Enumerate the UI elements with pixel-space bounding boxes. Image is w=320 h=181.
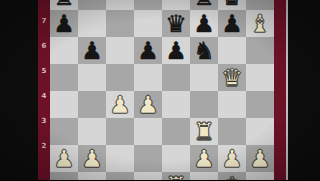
square-f8: ♜ — [190, 0, 218, 10]
piece-black-knight-f6: ♞ — [193, 39, 215, 63]
square-d4: ♟ — [134, 91, 162, 118]
piece-black-pawn-f7: ♟ — [193, 12, 215, 36]
square-g5: ♛ — [218, 64, 246, 91]
square-e8 — [162, 0, 190, 10]
square-h1 — [246, 172, 274, 180]
piece-black-pawn-b6: ♟ — [81, 39, 103, 63]
piece-white-king-g1: ♚ — [221, 174, 243, 181]
piece-black-king-g8: ♚ — [221, 0, 243, 9]
square-h5 — [246, 64, 274, 91]
piece-black-pawn-g7: ♟ — [221, 12, 243, 36]
piece-white-queen-g5: ♛ — [221, 66, 243, 90]
piece-white-pawn-c4: ♟ — [109, 93, 131, 117]
square-c4: ♟ — [106, 91, 134, 118]
square-d8 — [134, 0, 162, 10]
square-f6: ♞ — [190, 37, 218, 64]
square-a8: ♜ — [50, 0, 78, 10]
square-f2: ♟ — [190, 145, 218, 172]
square-c1 — [106, 172, 134, 180]
square-d3 — [134, 118, 162, 145]
square-f7: ♟ — [190, 10, 218, 37]
square-e6: ♟ — [162, 37, 190, 64]
square-b1 — [78, 172, 106, 180]
square-f4 — [190, 91, 218, 118]
square-g6 — [218, 37, 246, 64]
rank-label-2: 2 — [38, 142, 50, 150]
square-g4 — [218, 91, 246, 118]
square-e1: ♜ — [162, 172, 190, 180]
square-b8 — [78, 0, 106, 10]
square-h8 — [246, 0, 274, 10]
square-h3 — [246, 118, 274, 145]
square-b4 — [78, 91, 106, 118]
square-d7 — [134, 10, 162, 37]
square-g3 — [218, 118, 246, 145]
square-a1 — [50, 172, 78, 180]
rank-label-3: 3 — [38, 117, 50, 125]
square-e7: ♛ — [162, 10, 190, 37]
piece-black-pawn-d6: ♟ — [137, 39, 159, 63]
piece-white-bishop-h7: ♝ — [249, 12, 271, 36]
square-a6 — [50, 37, 78, 64]
square-f5 — [190, 64, 218, 91]
rank-labels: 765432 — [38, 0, 50, 180]
square-e3 — [162, 118, 190, 145]
piece-black-rook-f8: ♜ — [193, 0, 215, 9]
square-b3 — [78, 118, 106, 145]
square-g2: ♟ — [218, 145, 246, 172]
square-g1: ♚ — [218, 172, 246, 180]
piece-white-pawn-h2: ♟ — [249, 147, 271, 171]
piece-white-pawn-g2: ♟ — [221, 147, 243, 171]
piece-black-rook-a8: ♜ — [53, 0, 75, 9]
square-c5 — [106, 64, 134, 91]
square-e4 — [162, 91, 190, 118]
square-a4 — [50, 91, 78, 118]
rank-label-7: 7 — [38, 17, 50, 25]
square-b5 — [78, 64, 106, 91]
square-e2 — [162, 145, 190, 172]
square-d5 — [134, 64, 162, 91]
rank-label-6: 6 — [38, 42, 50, 50]
piece-black-pawn-a7: ♟ — [53, 12, 75, 36]
rank-label-4: 4 — [38, 92, 50, 100]
square-a3 — [50, 118, 78, 145]
square-h4 — [246, 91, 274, 118]
square-h6 — [246, 37, 274, 64]
square-g7: ♟ — [218, 10, 246, 37]
rank-label-5: 5 — [38, 67, 50, 75]
square-b7 — [78, 10, 106, 37]
square-b6: ♟ — [78, 37, 106, 64]
square-c6 — [106, 37, 134, 64]
piece-black-pawn-e6: ♟ — [165, 39, 187, 63]
piece-white-pawn-a2: ♟ — [53, 147, 75, 171]
piece-white-pawn-f2: ♟ — [193, 147, 215, 171]
square-a2: ♟ — [50, 145, 78, 172]
square-e5 — [162, 64, 190, 91]
piece-black-queen-e7: ♛ — [165, 12, 187, 36]
square-c7 — [106, 10, 134, 37]
square-c2 — [106, 145, 134, 172]
square-h7: ♝ — [246, 10, 274, 37]
right-maroon-strip — [274, 0, 288, 180]
square-h2: ♟ — [246, 145, 274, 172]
square-c8 — [106, 0, 134, 10]
square-d1 — [134, 172, 162, 180]
square-a5 — [50, 64, 78, 91]
square-a7: ♟ — [50, 10, 78, 37]
square-b2: ♟ — [78, 145, 106, 172]
square-f3: ♜ — [190, 118, 218, 145]
piece-white-rook-f3: ♜ — [193, 120, 215, 144]
square-f1 — [190, 172, 218, 180]
piece-white-rook-e1: ♜ — [165, 174, 187, 181]
square-d6: ♟ — [134, 37, 162, 64]
video-frame: 765432 ♜♜♚♟♛♟♟♝♟♟♟♞♛♟♟♜♟♟♟♟♟♜♚ — [0, 0, 320, 180]
chess-board: ♜♜♚♟♛♟♟♝♟♟♟♞♛♟♟♜♟♟♟♟♟♜♚ — [50, 0, 274, 180]
square-c3 — [106, 118, 134, 145]
piece-white-pawn-d4: ♟ — [137, 93, 159, 117]
square-d2 — [134, 145, 162, 172]
square-g8: ♚ — [218, 0, 246, 10]
piece-white-pawn-b2: ♟ — [81, 147, 103, 171]
